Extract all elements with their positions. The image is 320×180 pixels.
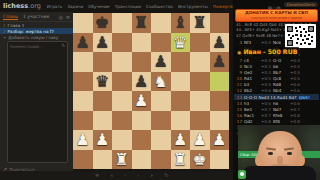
square-e8[interactable] <box>151 13 171 33</box>
suggested-move[interactable]: Qb5! <box>299 95 310 100</box>
qr-pattern <box>287 26 314 46</box>
tab-icons: ◎≡ <box>58 14 70 20</box>
square-e2[interactable] <box>151 130 171 150</box>
highlighted-move-row[interactable]: 13O-O-O Nxd3 14.Rxd3 Bd7Qb5! <box>234 94 319 100</box>
black-move[interactable]: Nd7 <box>273 107 290 112</box>
square-h6[interactable]: ♟ <box>210 52 230 72</box>
study-tabs: Главы 1 участник ◎≡ <box>0 12 73 22</box>
square-b4[interactable] <box>93 91 113 111</box>
white-queen[interactable]: ♛ <box>171 33 191 53</box>
square-f4[interactable] <box>171 91 191 111</box>
black-eval: +0.4 <box>290 58 302 63</box>
main-nav: ИгратьЗадачиОбучениеТрансляцииСообщество… <box>47 4 245 9</box>
square-e7[interactable] <box>151 33 171 53</box>
square-f2[interactable]: ♟ <box>171 130 191 150</box>
square-g2[interactable]: ♟ <box>190 130 210 150</box>
nav-item-2[interactable]: Задачи <box>67 4 83 9</box>
white-eval: +0.8 <box>261 119 273 124</box>
logo-suffix: .org <box>28 2 41 10</box>
white-pawn[interactable]: ♟ <box>93 130 113 150</box>
comment-box[interactable]: Комментарий... ✎ <box>7 41 68 163</box>
white-rook[interactable]: ♜ <box>112 150 132 170</box>
black-pawn[interactable]: ♟ <box>151 52 171 72</box>
black-pawn[interactable]: ♟ <box>210 52 230 72</box>
white-move[interactable]: b3 <box>244 82 261 87</box>
white-pawn[interactable]: ♟ <box>210 130 230 150</box>
square-c3[interactable] <box>112 111 132 131</box>
square-a5[interactable] <box>73 72 93 92</box>
edit-icon[interactable]: ✎ <box>61 43 65 48</box>
black-move[interactable]: Rfe8 <box>273 113 290 118</box>
square-a8[interactable] <box>73 13 93 33</box>
logo-text: lichess <box>3 2 28 10</box>
move-number: 4 <box>234 40 242 45</box>
black-eval: +0.5 <box>290 70 302 75</box>
square-c8[interactable] <box>112 13 132 33</box>
stream-overlay-panel: ⊞◌⚙ DonationAlerts ДОНАТИК С КАРТЫ И СБП… <box>233 0 320 180</box>
square-a3[interactable] <box>73 111 93 131</box>
square-f5[interactable] <box>171 72 191 92</box>
square-f8[interactable]: ♝ <box>171 13 191 33</box>
square-b8[interactable]: ♚ <box>93 13 113 33</box>
square-d1[interactable] <box>132 150 152 170</box>
black-king[interactable]: ♚ <box>93 13 113 33</box>
white-eval: +0.5 <box>261 82 273 87</box>
move-number: 14 <box>234 101 242 106</box>
move-number: 9 <box>234 70 242 75</box>
white-eval: +0.4 <box>261 40 273 45</box>
black-eval: +0.6 <box>290 101 302 106</box>
white-move[interactable]: Rd1 <box>244 76 261 81</box>
black-move[interactable]: Rd8 <box>273 82 290 87</box>
lichess-logo[interactable]: lichess.org <box>3 2 41 10</box>
white-pawn[interactable]: ♟ <box>73 130 93 150</box>
white-pawn[interactable]: ♟ <box>132 91 152 111</box>
chapter-label: Глава 1 <box>8 23 25 28</box>
add-chapter-label: Добавить новую главу <box>8 35 58 40</box>
square-g4[interactable] <box>190 91 210 111</box>
eye <box>268 152 273 155</box>
move-number: 7 <box>234 58 242 63</box>
move-number: 15 <box>234 107 242 112</box>
square-b3[interactable] <box>93 111 113 131</box>
square-b2[interactable]: ♟ <box>93 130 113 150</box>
square-c2[interactable] <box>112 130 132 150</box>
black-eval: +0.8 <box>290 113 302 118</box>
white-eval: +0.4 <box>261 58 273 63</box>
black-move[interactable]: Bf8 <box>273 119 290 124</box>
add-chapter-row[interactable]: +Добавить новую главу <box>0 34 73 40</box>
square-g6[interactable] <box>190 52 210 72</box>
chapter-label: Разбор: жертва на f7 <box>8 29 54 34</box>
move-number: 12 <box>234 88 242 93</box>
nav-item-1[interactable]: Играть <box>47 4 62 9</box>
square-h3[interactable] <box>210 111 230 131</box>
square-d4[interactable]: ♟ <box>132 91 152 111</box>
square-a1[interactable] <box>73 150 93 170</box>
black-pawn[interactable]: ♟ <box>73 33 93 53</box>
white-rook[interactable]: ♜ <box>171 150 191 170</box>
black-rook[interactable]: ♜ <box>190 13 210 33</box>
donationalerts-pill[interactable]: DonationAlerts <box>284 2 318 7</box>
square-b6[interactable] <box>93 52 113 72</box>
white-eval: +0.5 <box>261 76 273 81</box>
black-eval: +0.6 <box>290 88 302 93</box>
square-b7[interactable]: ♟ <box>93 33 113 53</box>
square-c7[interactable] <box>112 33 132 53</box>
square-g5[interactable] <box>190 72 210 92</box>
nav-item-5[interactable]: Сообщество <box>146 4 173 9</box>
square-h5[interactable] <box>210 72 230 92</box>
donation-banner: ДОНАТИК С КАРТЫ И СБП ссылка в описании … <box>235 9 318 22</box>
eye <box>287 152 292 155</box>
white-pawn[interactable]: ♟ <box>171 130 191 150</box>
white-eval: +0.7 <box>261 113 273 118</box>
last-move-icon[interactable]: » <box>150 171 153 180</box>
white-pawn[interactable]: ♟ <box>190 130 210 150</box>
move-number: 17 <box>234 119 242 124</box>
white-move[interactable]: Be3 <box>244 107 261 112</box>
move-number: 16 <box>234 113 242 118</box>
square-c6[interactable] <box>112 52 132 72</box>
chapter-number: 2 <box>3 29 6 34</box>
black-move[interactable]: Qc8 <box>273 76 290 81</box>
webcam-feed: Сбор: 500 / 5000 RUB <box>238 125 320 180</box>
square-a7[interactable]: ♟ <box>73 33 93 53</box>
square-h8[interactable] <box>210 13 230 33</box>
white-move[interactable]: Rac1 <box>244 113 261 118</box>
black-eval: +0.6 <box>290 82 302 87</box>
square-g8[interactable]: ♜ <box>190 13 210 33</box>
black-move[interactable]: O-O <box>273 58 290 63</box>
chapter-list: 1Глава 12Разбор: жертва на f7+Добавить н… <box>0 22 73 40</box>
black-eval: +0.8 <box>290 119 302 124</box>
search-icon[interactable]: ◎ <box>58 14 62 20</box>
black-pawn[interactable]: ♟ <box>93 33 113 53</box>
square-b5[interactable]: ♛ <box>93 72 113 92</box>
black-move[interactable]: Bb7 <box>273 70 290 75</box>
square-e3[interactable] <box>151 111 171 131</box>
black-move[interactable]: h6 <box>273 101 290 106</box>
black-eval: +0.7 <box>290 107 302 112</box>
stream-screenshot: lichess.org ИгратьЗадачиОбучениеТрансляц… <box>0 0 320 180</box>
square-e4[interactable] <box>151 91 171 111</box>
square-d8[interactable]: ♜ <box>132 13 152 33</box>
square-d2[interactable] <box>132 130 152 150</box>
move-number: 13 <box>234 95 242 100</box>
streamer-shoulders <box>242 166 316 180</box>
lichess-topbar: lichess.org ИгратьЗадачиОбучениеТрансляц… <box>0 0 233 12</box>
square-h4[interactable] <box>210 91 230 111</box>
donation-alert: ◉ Иван - 500 RUB <box>235 47 299 56</box>
square-h1[interactable] <box>210 150 230 170</box>
coin-icon: ◉ <box>237 49 241 55</box>
tab-members[interactable]: 1 участник <box>23 14 50 19</box>
move-number: 10 <box>234 76 242 81</box>
stream-badge-icon <box>238 170 246 179</box>
qr-code <box>285 24 316 48</box>
study-sidebar: Главы 1 участник ◎≡ 1Глава 12Разбор: жер… <box>0 12 73 172</box>
black-bishop[interactable]: ♝ <box>171 13 191 33</box>
menu-icon[interactable]: ≡ <box>66 14 70 20</box>
prev-move-icon[interactable]: ‹ <box>124 171 126 180</box>
square-d5[interactable]: ♟ <box>132 72 152 92</box>
first-move-icon[interactable]: « <box>110 171 113 180</box>
square-d6[interactable] <box>132 52 152 72</box>
black-eval: +0.4 <box>290 64 302 69</box>
white-king[interactable]: ♚ <box>190 150 210 170</box>
white-move[interactable]: Nc3 <box>244 64 261 69</box>
white-knight[interactable]: ♞ <box>151 72 171 92</box>
square-g1[interactable]: ♚ <box>190 150 210 170</box>
square-e6[interactable]: ♟ <box>151 52 171 72</box>
white-move[interactable]: Bb2 <box>244 88 261 93</box>
move-number: 8 <box>234 64 242 69</box>
banner-line2: ссылка в описании стрима <box>236 16 317 20</box>
nav-item-3[interactable]: Обучение <box>88 4 109 9</box>
square-c4[interactable] <box>112 91 132 111</box>
nose <box>277 156 283 164</box>
square-a4[interactable] <box>73 91 93 111</box>
white-move[interactable]: c4 <box>244 58 261 63</box>
white-eval: +0.6 <box>261 88 273 93</box>
square-b1[interactable] <box>93 150 113 170</box>
donation-text: Иван - 500 RUB <box>243 48 297 55</box>
square-f7[interactable]: ♛ <box>171 33 191 53</box>
square-d7[interactable] <box>132 33 152 53</box>
square-h7[interactable]: ♟ <box>210 33 230 53</box>
tab-chapters[interactable]: Главы <box>3 14 18 20</box>
white-eval: +0.7 <box>261 107 273 112</box>
black-move[interactable]: Nb4 <box>273 88 290 93</box>
white-eval: +0.3 <box>261 64 273 69</box>
plus-icon: + <box>3 35 6 40</box>
square-h2[interactable]: ♟ <box>210 130 230 150</box>
square-e5[interactable]: ♞ <box>151 72 171 92</box>
analysis-icon[interactable]: ↻ <box>164 171 168 180</box>
next-move-icon[interactable]: › <box>137 171 139 180</box>
white-move[interactable]: Qe2 <box>244 70 261 75</box>
white-eval: +0.3 <box>261 70 273 75</box>
chess-board[interactable]: ♚♜♝♜♟♟♛♟♟♟♛♟♞♟♟♟♟♟♟♜♜♚ <box>73 13 229 169</box>
square-f1[interactable]: ♜ <box>171 150 191 170</box>
black-eval: +0.5 <box>290 76 302 81</box>
black-queen[interactable]: ♛ <box>93 72 113 92</box>
square-g3[interactable] <box>190 111 210 131</box>
white-move[interactable]: h3 <box>244 101 261 106</box>
square-f6[interactable] <box>171 52 191 72</box>
square-a6[interactable] <box>73 52 93 72</box>
chapter-number: 1 <box>3 23 6 28</box>
square-e1[interactable] <box>151 150 171 170</box>
overlay-titlebar: ⊞◌⚙ DonationAlerts <box>233 0 320 8</box>
nav-item-6[interactable]: Инструменты <box>178 4 208 9</box>
square-c5[interactable] <box>112 72 132 92</box>
square-d3[interactable] <box>132 111 152 131</box>
square-c1[interactable]: ♜ <box>112 150 132 170</box>
black-pawn[interactable]: ♟ <box>210 33 230 53</box>
white-move[interactable]: Nf3 <box>244 40 261 45</box>
highlighted-moves: O-O-O Nxd3 14.Rxd3 Bd7 <box>244 95 297 100</box>
square-g7[interactable] <box>190 33 210 53</box>
move-number: 11 <box>234 82 242 87</box>
square-a2[interactable]: ♟ <box>73 130 93 150</box>
comment-placeholder: Комментарий... <box>10 44 43 49</box>
black-rook[interactable]: ♜ <box>132 13 152 33</box>
nav-item-4[interactable]: Трансляции <box>115 4 141 9</box>
black-pawn[interactable]: ♟ <box>132 72 152 92</box>
black-move[interactable]: b6 <box>273 64 290 69</box>
white-eval: +0.6 <box>261 101 273 106</box>
white-move[interactable]: Qd2 <box>244 119 261 124</box>
menu-icon[interactable]: ≡ <box>95 171 99 180</box>
square-f3[interactable] <box>171 111 191 131</box>
